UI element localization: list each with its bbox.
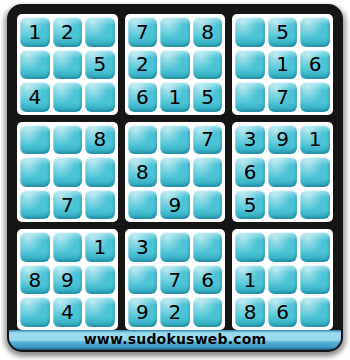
sudoku-cell-r5c3[interactable]: [85, 157, 115, 187]
sudoku-cell-r3c9[interactable]: [300, 82, 330, 112]
sudoku-cell-r3c4[interactable]: 6: [128, 82, 158, 112]
site-url[interactable]: www.sudokusweb.com: [84, 331, 267, 347]
sudoku-cell-r3c6[interactable]: 5: [193, 82, 223, 112]
sudoku-cell-r1c3[interactable]: [85, 17, 115, 47]
footer-bar: www.sudokusweb.com: [9, 330, 341, 350]
sudoku-cell-r3c2[interactable]: [53, 82, 83, 112]
sudoku-cell-r9c6[interactable]: [193, 297, 223, 327]
sudoku-cell-r8c1[interactable]: 8: [20, 265, 50, 295]
sudoku-cell-r4c7[interactable]: 3: [235, 125, 265, 155]
sudoku-cell-r9c8[interactable]: 6: [268, 297, 298, 327]
sudoku-cell-r7c8[interactable]: [268, 232, 298, 262]
sudoku-cell-r8c3[interactable]: [85, 265, 115, 295]
sudoku-box-3-3: 186: [232, 229, 333, 330]
sudoku-cell-r1c7[interactable]: [235, 17, 265, 47]
sudoku-cell-r4c5[interactable]: [160, 125, 190, 155]
sudoku-cell-r2c2[interactable]: [53, 50, 83, 80]
sudoku-cell-r8c7[interactable]: 1: [235, 265, 265, 295]
sudoku-cell-r6c7[interactable]: 5: [235, 190, 265, 220]
sudoku-cell-r5c9[interactable]: [300, 157, 330, 187]
sudoku-cell-r6c1[interactable]: [20, 190, 50, 220]
sudoku-cell-r4c6[interactable]: 7: [193, 125, 223, 155]
sudoku-cell-r3c3[interactable]: [85, 82, 115, 112]
sudoku-cell-r3c8[interactable]: 7: [268, 82, 298, 112]
sudoku-cell-r4c9[interactable]: 1: [300, 125, 330, 155]
sudoku-cell-r5c8[interactable]: [268, 157, 298, 187]
sudoku-cell-r2c8[interactable]: 1: [268, 50, 298, 80]
sudoku-cell-r9c2[interactable]: 4: [53, 297, 83, 327]
sudoku-cell-r7c3[interactable]: 1: [85, 232, 115, 262]
sudoku-cell-r8c8[interactable]: [268, 265, 298, 295]
sudoku-box-2-3: 39165: [232, 122, 333, 223]
sudoku-cell-r6c8[interactable]: [268, 190, 298, 220]
sudoku-box-1-2: 782615: [125, 14, 226, 115]
sudoku-cell-r4c2[interactable]: [53, 125, 83, 155]
sudoku-cell-r2c4[interactable]: 2: [128, 50, 158, 80]
sudoku-cell-r5c6[interactable]: [193, 157, 223, 187]
sudoku-cell-r9c4[interactable]: 9: [128, 297, 158, 327]
sudoku-cell-r6c6[interactable]: [193, 190, 223, 220]
sudoku-cell-r2c5[interactable]: [160, 50, 190, 80]
sudoku-cell-r7c5[interactable]: [160, 232, 190, 262]
sudoku-cell-r7c7[interactable]: [235, 232, 265, 262]
sudoku-cell-r8c9[interactable]: [300, 265, 330, 295]
sudoku-cell-r6c9[interactable]: [300, 190, 330, 220]
sudoku-cell-r3c1[interactable]: 4: [20, 82, 50, 112]
sudoku-box-2-2: 789: [125, 122, 226, 223]
sudoku-cell-r2c1[interactable]: [20, 50, 50, 80]
sudoku-cell-r6c3[interactable]: [85, 190, 115, 220]
sudoku-cell-r6c2[interactable]: 7: [53, 190, 83, 220]
sudoku-cell-r2c9[interactable]: 6: [300, 50, 330, 80]
sudoku-cell-r1c1[interactable]: 1: [20, 17, 50, 47]
sudoku-cell-r9c9[interactable]: [300, 297, 330, 327]
sudoku-cell-r5c1[interactable]: [20, 157, 50, 187]
sudoku-cell-r8c2[interactable]: 9: [53, 265, 83, 295]
sudoku-cell-r5c7[interactable]: 6: [235, 157, 265, 187]
sudoku-cell-r7c1[interactable]: [20, 232, 50, 262]
sudoku-cell-r4c8[interactable]: 9: [268, 125, 298, 155]
sudoku-cell-r3c7[interactable]: [235, 82, 265, 112]
page: 125478261551678778939165189437692186 www…: [0, 0, 350, 360]
sudoku-board: 125478261551678778939165189437692186 www…: [7, 4, 343, 352]
sudoku-box-1-3: 5167: [232, 14, 333, 115]
sudoku-cell-r1c9[interactable]: [300, 17, 330, 47]
sudoku-board-grid: 125478261551678778939165189437692186: [17, 14, 333, 330]
sudoku-cell-r7c9[interactable]: [300, 232, 330, 262]
sudoku-cell-r9c3[interactable]: [85, 297, 115, 327]
sudoku-box-3-1: 1894: [17, 229, 118, 330]
sudoku-cell-r3c5[interactable]: 1: [160, 82, 190, 112]
sudoku-cell-r5c2[interactable]: [53, 157, 83, 187]
sudoku-cell-r9c5[interactable]: 2: [160, 297, 190, 327]
sudoku-cell-r5c4[interactable]: 8: [128, 157, 158, 187]
sudoku-cell-r2c6[interactable]: [193, 50, 223, 80]
sudoku-cell-r4c3[interactable]: 8: [85, 125, 115, 155]
sudoku-cell-r9c1[interactable]: [20, 297, 50, 327]
sudoku-box-1-1: 1254: [17, 14, 118, 115]
sudoku-cell-r8c4[interactable]: [128, 265, 158, 295]
sudoku-box-3-2: 37692: [125, 229, 226, 330]
sudoku-cell-r1c2[interactable]: 2: [53, 17, 83, 47]
sudoku-cell-r8c5[interactable]: 7: [160, 265, 190, 295]
sudoku-cell-r4c1[interactable]: [20, 125, 50, 155]
sudoku-cell-r5c5[interactable]: [160, 157, 190, 187]
sudoku-box-2-1: 87: [17, 122, 118, 223]
sudoku-cell-r8c6[interactable]: 6: [193, 265, 223, 295]
sudoku-cell-r4c4[interactable]: [128, 125, 158, 155]
sudoku-cell-r2c7[interactable]: [235, 50, 265, 80]
sudoku-cell-r6c5[interactable]: 9: [160, 190, 190, 220]
sudoku-cell-r1c5[interactable]: [160, 17, 190, 47]
sudoku-cell-r7c2[interactable]: [53, 232, 83, 262]
sudoku-cell-r6c4[interactable]: [128, 190, 158, 220]
sudoku-cell-r7c4[interactable]: 3: [128, 232, 158, 262]
sudoku-cell-r1c6[interactable]: 8: [193, 17, 223, 47]
sudoku-cell-r2c3[interactable]: 5: [85, 50, 115, 80]
sudoku-cell-r1c4[interactable]: 7: [128, 17, 158, 47]
sudoku-cell-r9c7[interactable]: 8: [235, 297, 265, 327]
sudoku-cell-r7c6[interactable]: [193, 232, 223, 262]
sudoku-cell-r1c8[interactable]: 5: [268, 17, 298, 47]
